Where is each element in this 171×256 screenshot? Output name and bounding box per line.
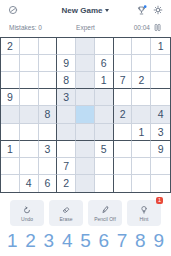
sudoku-cell-r9c6[interactable] xyxy=(95,175,114,192)
numpad-6[interactable]: 6 xyxy=(98,231,109,250)
sudoku-cell-r8c4[interactable]: 7 xyxy=(57,158,76,175)
sudoku-cell-r5c9[interactable]: 4 xyxy=(151,106,170,123)
sudoku-cell-r6c9[interactable]: 3 xyxy=(151,124,170,141)
numpad-3[interactable]: 3 xyxy=(44,231,55,250)
chevron-down-icon xyxy=(105,9,109,12)
sudoku-cell-r4c3[interactable] xyxy=(39,89,58,106)
mistakes-counter: Mistakes: 0 xyxy=(9,24,59,31)
sudoku-cell-r7c4[interactable] xyxy=(57,141,76,158)
hint-badge: 1 xyxy=(156,197,163,204)
sudoku-cell-r1c3[interactable] xyxy=(39,38,58,55)
sudoku-cell-r8c6[interactable] xyxy=(95,158,114,175)
sudoku-cell-r3c1[interactable] xyxy=(1,72,20,89)
sudoku-cell-r4c9[interactable] xyxy=(151,89,170,106)
sudoku-cell-r4c2[interactable] xyxy=(20,89,39,106)
sudoku-cell-r1c4[interactable] xyxy=(57,38,76,55)
numpad-4[interactable]: 4 xyxy=(62,231,73,250)
bulb-icon xyxy=(139,205,149,215)
header-right xyxy=(119,5,163,16)
sudoku-cell-r2c6[interactable]: 6 xyxy=(95,55,114,72)
sudoku-cell-r7c1[interactable]: 1 xyxy=(1,141,20,158)
sudoku-cell-r7c5[interactable] xyxy=(76,141,95,158)
status-bar: Mistakes: 0 Expert 00:04 xyxy=(0,20,171,34)
sudoku-cell-r8c2[interactable] xyxy=(20,158,39,175)
sudoku-cell-r9c9[interactable] xyxy=(151,175,170,192)
page-title: New Game xyxy=(62,6,103,15)
sudoku-cell-r2c3[interactable] xyxy=(39,55,58,72)
sudoku-cell-r4c6[interactable] xyxy=(95,89,114,106)
numpad: 123456789 xyxy=(0,231,171,250)
numpad-5[interactable]: 5 xyxy=(80,231,91,250)
numpad-2[interactable]: 2 xyxy=(25,231,36,250)
sudoku-cell-r6c2[interactable] xyxy=(20,124,39,141)
sudoku-cell-r8c3[interactable] xyxy=(39,158,58,175)
sudoku-cell-r4c8[interactable] xyxy=(132,89,151,106)
sudoku-cell-r8c9[interactable] xyxy=(151,158,170,175)
header-bar: New Game xyxy=(0,0,171,20)
sudoku-cell-r8c8[interactable] xyxy=(132,158,151,175)
sudoku-cell-r7c2[interactable] xyxy=(20,141,39,158)
sudoku-cell-r5c3[interactable]: 8 xyxy=(39,106,58,123)
sudoku-cell-r6c4[interactable] xyxy=(57,124,76,141)
pencil-icon xyxy=(100,205,110,215)
undo-icon xyxy=(22,205,32,215)
sudoku-cell-r7c6[interactable]: 5 xyxy=(95,141,114,158)
sudoku-cell-r5c1[interactable] xyxy=(1,106,20,123)
sudoku-cell-r1c9[interactable]: 1 xyxy=(151,38,170,55)
timer: 00:04 xyxy=(134,24,150,31)
sudoku-cell-r3c9[interactable] xyxy=(151,72,170,89)
sudoku-cell-r9c5[interactable] xyxy=(76,175,95,192)
sudoku-cell-r2c7[interactable] xyxy=(114,55,133,72)
erase-label: Erase xyxy=(59,216,72,222)
sudoku-cell-r6c3[interactable] xyxy=(39,124,58,141)
sudoku-cell-r1c7[interactable] xyxy=(114,38,133,55)
sudoku-cell-r4c7[interactable] xyxy=(114,89,133,106)
sudoku-cell-r8c7[interactable] xyxy=(114,158,133,175)
sudoku-cell-r5c8[interactable] xyxy=(132,106,151,123)
sudoku-cell-r8c5[interactable] xyxy=(76,158,95,175)
sudoku-cell-r9c2[interactable]: 4 xyxy=(20,175,39,192)
sudoku-cell-r4c5[interactable] xyxy=(76,89,95,106)
sudoku-cell-r5c5[interactable] xyxy=(76,106,95,123)
pencil-button[interactable]: Pencil Off xyxy=(88,200,122,226)
erase-button[interactable]: Erase xyxy=(49,200,83,226)
difficulty-label: Expert xyxy=(59,24,112,31)
sudoku-cell-r7c9[interactable]: 9 xyxy=(151,141,170,158)
sudoku-cell-r7c7[interactable] xyxy=(114,141,133,158)
sudoku-cell-r3c2[interactable] xyxy=(20,72,39,89)
hint-label: Hint xyxy=(140,216,149,222)
sudoku-cell-r4c4[interactable]: 3 xyxy=(57,89,76,106)
sudoku-app: New Game xyxy=(0,0,171,256)
sudoku-cell-r6c1[interactable] xyxy=(1,124,20,141)
sudoku-cell-r9c7[interactable] xyxy=(114,175,133,192)
sudoku-cell-r6c6[interactable] xyxy=(95,124,114,141)
sudoku-cell-r2c1[interactable] xyxy=(1,55,20,72)
header-left xyxy=(8,5,52,15)
toolbar: Undo Erase Pencil Off H xyxy=(0,200,171,226)
sudoku-cell-r1c6[interactable] xyxy=(95,38,114,55)
sudoku-cell-r7c8[interactable] xyxy=(132,141,151,158)
sudoku-cell-r2c2[interactable] xyxy=(20,55,39,72)
sudoku-cell-r3c7[interactable]: 7 xyxy=(114,72,133,89)
sudoku-cell-r1c8[interactable] xyxy=(132,38,151,55)
sudoku-cell-r4c1[interactable]: 9 xyxy=(1,89,20,106)
gear-icon[interactable] xyxy=(153,5,163,15)
sudoku-cell-r1c2[interactable] xyxy=(20,38,39,55)
numpad-7[interactable]: 7 xyxy=(117,231,128,250)
sudoku-cell-r5c4[interactable] xyxy=(57,106,76,123)
sudoku-cell-r1c1[interactable]: 2 xyxy=(1,38,20,55)
sudoku-cell-r2c5[interactable] xyxy=(76,55,95,72)
sudoku-cell-r9c8[interactable] xyxy=(132,175,151,192)
sudoku-cell-r3c3[interactable] xyxy=(39,72,58,89)
sudoku-cell-r5c6[interactable] xyxy=(95,106,114,123)
undo-label: Undo xyxy=(21,216,33,222)
trophy-icon[interactable] xyxy=(136,5,147,16)
sudoku-cell-r5c2[interactable] xyxy=(20,106,39,123)
numpad-8[interactable]: 8 xyxy=(135,231,146,250)
sudoku-board: 21968172938241313597462 xyxy=(0,37,171,193)
sudoku-cell-r2c8[interactable] xyxy=(132,55,151,72)
sudoku-cell-r8c1[interactable] xyxy=(1,158,20,175)
sudoku-cell-r3c6[interactable]: 1 xyxy=(95,72,114,89)
undo-button[interactable]: Undo xyxy=(10,200,44,226)
sudoku-cell-r3c5[interactable] xyxy=(76,72,95,89)
sudoku-cell-r3c4[interactable]: 8 xyxy=(57,72,76,89)
sudoku-cell-r6c8[interactable]: 1 xyxy=(132,124,151,141)
sudoku-cell-r7c3[interactable]: 3 xyxy=(39,141,58,158)
pause-icon[interactable] xyxy=(153,23,162,32)
sudoku-cell-r3c8[interactable]: 2 xyxy=(132,72,151,89)
sudoku-cell-r9c4[interactable]: 2 xyxy=(57,175,76,192)
pencil-label: Pencil Off xyxy=(94,216,116,222)
sudoku-cell-r9c3[interactable]: 6 xyxy=(39,175,58,192)
sudoku-cell-r2c9[interactable] xyxy=(151,55,170,72)
sudoku-cell-r5c7[interactable]: 2 xyxy=(114,106,133,123)
sudoku-cell-r6c7[interactable] xyxy=(114,124,133,141)
hint-button[interactable]: Hint 1 xyxy=(127,200,161,226)
circle-slash-icon[interactable] xyxy=(8,5,18,15)
sudoku-cell-r1c5[interactable] xyxy=(76,38,95,55)
sudoku-cell-r6c5[interactable] xyxy=(76,124,95,141)
eraser-icon xyxy=(61,205,71,215)
sudoku-cell-r2c4[interactable]: 9 xyxy=(57,55,76,72)
new-game-dropdown[interactable]: New Game xyxy=(52,6,119,15)
sudoku-cell-r9c1[interactable] xyxy=(1,175,20,192)
numpad-9[interactable]: 9 xyxy=(153,231,164,250)
numpad-1[interactable]: 1 xyxy=(7,231,18,250)
